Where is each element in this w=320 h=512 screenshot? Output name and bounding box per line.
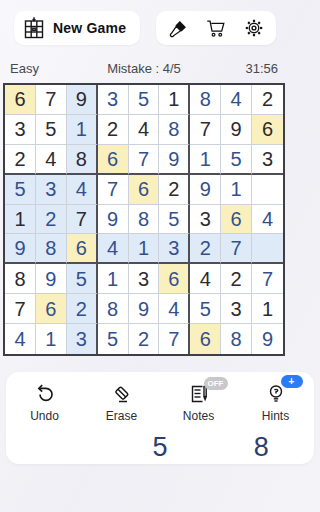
cell-r4c5[interactable]: 6: [129, 175, 160, 205]
cell-r9c1[interactable]: 4: [5, 324, 36, 354]
notes-off-badge: OFF: [204, 377, 228, 390]
cell-r4c9[interactable]: [252, 175, 283, 205]
cell-r3c7[interactable]: 1: [190, 145, 221, 175]
cell-r7c1[interactable]: 8: [5, 264, 36, 294]
new-game-label: New Game: [53, 20, 126, 36]
cell-r6c6[interactable]: 3: [159, 234, 190, 264]
new-game-button[interactable]: New Game: [14, 11, 140, 45]
cell-r3c6[interactable]: 9: [159, 145, 190, 175]
cell-r7c5[interactable]: 3: [129, 264, 160, 294]
cell-r7c9[interactable]: 7: [252, 264, 283, 294]
cell-r1c5[interactable]: 5: [129, 85, 160, 115]
cell-r3c3[interactable]: 8: [67, 145, 98, 175]
cell-r6c3[interactable]: 6: [67, 234, 98, 264]
cell-r1c4[interactable]: 3: [98, 85, 129, 115]
cell-r2c8[interactable]: 9: [221, 115, 252, 145]
shop-cart-icon[interactable]: [204, 16, 228, 40]
cell-r2c3[interactable]: 1: [67, 115, 98, 145]
timer: 31:56: [199, 61, 278, 76]
cell-r8c7[interactable]: 5: [190, 294, 221, 324]
cell-r4c6[interactable]: 2: [159, 175, 190, 205]
cell-r5c3[interactable]: 7: [67, 205, 98, 235]
cell-r1c8[interactable]: 4: [221, 85, 252, 115]
cell-r3c2[interactable]: 4: [36, 145, 67, 175]
cell-r5c4[interactable]: 9: [98, 205, 129, 235]
control-panel: Undo Erase: [6, 372, 288, 464]
topbar-actions: [156, 11, 276, 45]
cell-r8c3[interactable]: 2: [67, 294, 98, 324]
cell-r7c8[interactable]: 2: [221, 264, 252, 294]
eraser-icon: [109, 382, 135, 406]
settings-gear-icon[interactable]: [242, 16, 266, 40]
cell-r4c3[interactable]: 4: [67, 175, 98, 205]
cell-r5c8[interactable]: 6: [221, 205, 252, 235]
cell-r8c8[interactable]: 3: [221, 294, 252, 324]
cell-r9c3[interactable]: 3: [67, 324, 98, 354]
cell-r8c4[interactable]: 8: [98, 294, 129, 324]
undo-button[interactable]: Undo: [6, 382, 83, 423]
mistake-counter: Mistake : 4/5: [89, 61, 199, 76]
cell-r2c7[interactable]: 7: [190, 115, 221, 145]
cell-r1c6[interactable]: 1: [159, 85, 190, 115]
cell-r5c6[interactable]: 5: [159, 205, 190, 235]
cell-r1c1[interactable]: 6: [5, 85, 36, 115]
cell-r5c1[interactable]: 1: [5, 205, 36, 235]
cell-r6c9[interactable]: [252, 234, 283, 264]
cell-r9c7[interactable]: 6: [190, 324, 221, 354]
status-row: Easy Mistake : 4/5 31:56: [0, 59, 288, 77]
undo-label: Undo: [30, 409, 59, 423]
cell-r9c2[interactable]: 1: [36, 324, 67, 354]
undo-icon: [32, 382, 58, 406]
cell-r6c1[interactable]: 9: [5, 234, 36, 264]
cell-r1c2[interactable]: 7: [36, 85, 67, 115]
sudoku-grid-icon: [22, 16, 46, 40]
cell-r7c6[interactable]: 6: [159, 264, 190, 294]
cell-r6c5[interactable]: 1: [129, 234, 160, 264]
cell-r3c8[interactable]: 5: [221, 145, 252, 175]
theme-brush-icon[interactable]: [166, 16, 190, 40]
cell-r3c5[interactable]: 7: [129, 145, 160, 175]
cell-r3c1[interactable]: 2: [5, 145, 36, 175]
number-keypad: 58: [8, 427, 288, 467]
cell-r7c3[interactable]: 5: [67, 264, 98, 294]
cell-r2c4[interactable]: 2: [98, 115, 129, 145]
cell-r9c5[interactable]: 2: [129, 324, 160, 354]
cell-r4c1[interactable]: 5: [5, 175, 36, 205]
erase-button[interactable]: Erase: [83, 382, 160, 423]
sudoku-board: 6793518423512487962486791535347629112798…: [3, 83, 285, 356]
cell-r9c9[interactable]: 9: [252, 324, 283, 354]
cell-r4c8[interactable]: 1: [221, 175, 252, 205]
cell-r6c8[interactable]: 7: [221, 234, 252, 264]
cell-r3c4[interactable]: 6: [98, 145, 129, 175]
notes-button[interactable]: OFF Notes: [160, 382, 237, 423]
difficulty-label: Easy: [10, 61, 89, 76]
cell-r3c9[interactable]: 3: [252, 145, 283, 175]
keypad-digit-8[interactable]: 8: [244, 427, 278, 467]
cell-r2c6[interactable]: 8: [159, 115, 190, 145]
cell-r9c6[interactable]: 7: [159, 324, 190, 354]
cell-r5c5[interactable]: 8: [129, 205, 160, 235]
cell-r8c5[interactable]: 9: [129, 294, 160, 324]
cell-r1c3[interactable]: 9: [67, 85, 98, 115]
cell-r6c2[interactable]: 8: [36, 234, 67, 264]
cell-r5c9[interactable]: 4: [252, 205, 283, 235]
notes-label: Notes: [183, 409, 214, 423]
cell-r2c2[interactable]: 5: [36, 115, 67, 145]
cell-r1c9[interactable]: 2: [252, 85, 283, 115]
cell-r2c1[interactable]: 3: [5, 115, 36, 145]
hints-label: Hints: [262, 409, 288, 423]
cell-r7c7[interactable]: 4: [190, 264, 221, 294]
cell-r4c4[interactable]: 7: [98, 175, 129, 205]
toolbar: Undo Erase: [6, 372, 288, 423]
cell-r9c8[interactable]: 8: [221, 324, 252, 354]
cell-r4c2[interactable]: 3: [36, 175, 67, 205]
hints-icon: +: [263, 382, 289, 406]
cell-r7c2[interactable]: 9: [36, 264, 67, 294]
keypad-digit-5[interactable]: 5: [143, 427, 177, 467]
cell-r5c2[interactable]: 2: [36, 205, 67, 235]
hints-button[interactable]: + Hints: [237, 382, 288, 423]
cell-r1c7[interactable]: 8: [190, 85, 221, 115]
cell-r8c6[interactable]: 4: [159, 294, 190, 324]
cell-r2c9[interactable]: 6: [252, 115, 283, 145]
cell-r5c7[interactable]: 3: [190, 205, 221, 235]
cell-r4c7[interactable]: 9: [190, 175, 221, 205]
cell-r8c2[interactable]: 6: [36, 294, 67, 324]
erase-label: Erase: [106, 409, 137, 423]
cell-r8c1[interactable]: 7: [5, 294, 36, 324]
cell-r2c5[interactable]: 4: [129, 115, 160, 145]
cell-r9c4[interactable]: 5: [98, 324, 129, 354]
notes-icon: OFF: [186, 382, 212, 406]
cell-r6c4[interactable]: 4: [98, 234, 129, 264]
cell-r6c7[interactable]: 2: [190, 234, 221, 264]
cell-r8c9[interactable]: 1: [252, 294, 283, 324]
top-bar: New Game: [0, 0, 288, 45]
cell-r7c4[interactable]: 1: [98, 264, 129, 294]
